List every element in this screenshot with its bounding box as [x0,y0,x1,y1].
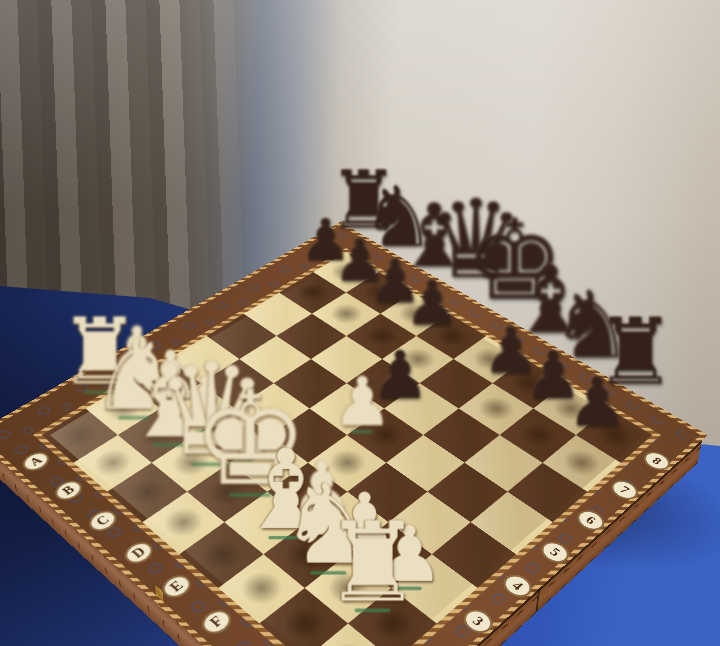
piece-black-pawn-h7[interactable]: ♟ [567,368,628,436]
board-scene: ♜♟♟♜♞♟♟♞♝♟♟♝♛♟♟♛♚♟♟♚♝♟♟♝♞♟♟♞♜♟♟♜ ABCDEFG… [0,0,720,646]
chess-board: ♜♟♟♜♞♟♟♞♝♟♟♝♛♟♟♛♚♟♟♚♝♟♟♝♞♟♟♞♜♟♟♜ ABCDEFG… [0,222,708,646]
chess-photo-scene: ♜♟♟♜♞♟♟♞♝♟♟♝♛♟♟♛♚♟♟♚♝♟♟♝♞♟♟♞♜♟♟♜ ABCDEFG… [0,0,720,646]
board-border: ♜♟♟♜♞♟♟♞♝♟♟♝♛♟♟♛♚♟♟♚♝♟♟♝♞♟♟♞♜♟♟♜ ABCDEFG… [0,222,708,646]
fold-seam [535,580,541,614]
piece-black-pawn-d7[interactable]: ♟ [404,273,459,335]
file-label-c: C [84,507,122,535]
file-label-b: B [50,477,87,504]
piece-white-pawn-e4[interactable]: ♟ [332,368,393,436]
file-label-a: A [18,449,54,475]
piece-white-rook-h1[interactable]: ♜ [324,508,423,618]
file-label-d: D [120,538,158,568]
file-label-f: F [196,606,236,639]
